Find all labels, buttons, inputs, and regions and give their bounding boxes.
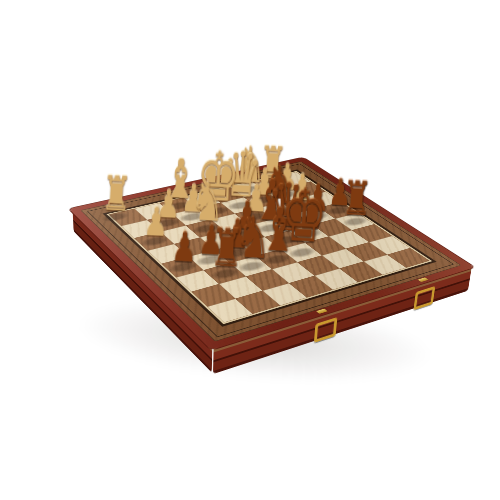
latch-wire bbox=[413, 286, 435, 310]
piece-anchor-b6: ♜ bbox=[204, 263, 246, 284]
product-photo-stage: ♜♝♞♜♟♟♚♛♟♟♟♞♟♟♞♟♝♟♟♟♟♟♛♟♜♜♞♝♚ bbox=[0, 0, 500, 500]
black-r-b6: ♜ bbox=[194, 220, 259, 275]
brass-latch-icon bbox=[414, 286, 436, 309]
